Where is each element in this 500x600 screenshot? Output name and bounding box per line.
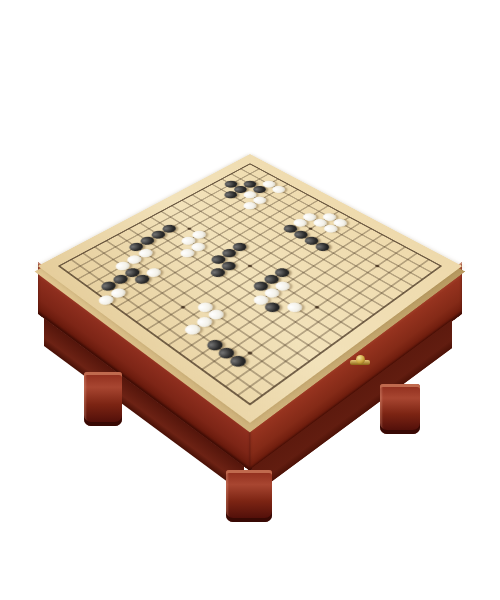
black-stone: [204, 338, 226, 353]
white-stone: [195, 300, 216, 314]
white-stone: [261, 286, 282, 299]
black-stone: [227, 353, 250, 369]
white-stone: [250, 293, 271, 307]
table-leg-right: [380, 384, 420, 434]
black-stone: [132, 273, 153, 286]
white-stone: [108, 286, 129, 299]
black-stone: [208, 266, 229, 279]
white-stone: [284, 300, 305, 314]
black-stone: [215, 345, 238, 360]
table-leg-left: [84, 372, 122, 426]
drawer-knob: [356, 355, 365, 364]
white-stone: [194, 315, 216, 329]
white-stone: [95, 293, 116, 307]
black-stone: [110, 273, 131, 286]
white-stone: [143, 266, 164, 279]
table-leg-front: [226, 470, 272, 522]
go-board-photo: [0, 0, 500, 600]
white-stone: [182, 322, 204, 337]
black-stone: [261, 273, 282, 286]
white-stone: [205, 308, 227, 322]
black-stone: [262, 300, 283, 314]
black-stone: [122, 266, 143, 279]
black-stone: [272, 266, 293, 279]
black-stone: [98, 280, 119, 293]
black-stone: [250, 280, 271, 293]
white-stone: [272, 280, 293, 293]
